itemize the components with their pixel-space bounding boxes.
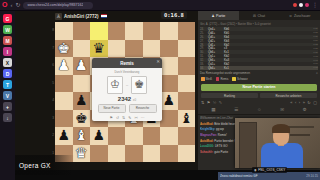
white-move[interactable]: Qb4+: [208, 66, 224, 70]
move-time: 0:16: [240, 62, 318, 65]
square-f8[interactable]: [143, 22, 161, 40]
piece-black-bishop[interactable]: ♝: [180, 110, 193, 128]
square-g8[interactable]: [160, 22, 178, 40]
messenger-icon[interactable]: M: [3, 36, 12, 45]
add-app-icon[interactable]: +: [3, 102, 12, 111]
expand-icon[interactable]: ▢: [313, 100, 317, 105]
player-name[interactable]: AnishGiri (2772): [64, 14, 99, 19]
prev-move-icon[interactable]: ‹: [295, 100, 296, 105]
black-king-image: ♚: [131, 76, 147, 94]
twitter-icon[interactable]: X: [3, 58, 12, 67]
square-b4[interactable]: ♟: [73, 92, 91, 110]
ticker-text: Znovu nabídnout remízu GF: [220, 174, 304, 178]
square-f7[interactable]: [143, 40, 161, 58]
piece-white-king[interactable]: ♚: [57, 40, 70, 58]
square-a3[interactable]: [55, 110, 73, 128]
extension-dot-icon[interactable]: [293, 3, 297, 7]
draw-offer-icon[interactable]: ½: [213, 100, 216, 105]
board-tab-icon[interactable]: ▦: [211, 107, 215, 112]
back-icon[interactable]: ‹: [10, 2, 12, 8]
rank-label: 4: [49, 98, 54, 102]
square-d2[interactable]: [108, 127, 126, 145]
rank-label: 5: [49, 81, 54, 85]
close-icon[interactable]: ✕: [156, 59, 160, 64]
streamer-body: [261, 143, 303, 168]
resign-flag-icon[interactable]: ⚑: [207, 100, 211, 105]
square-a4[interactable]: [55, 92, 73, 110]
square-c8[interactable]: [90, 22, 108, 40]
square-a7[interactable]: ♚: [55, 40, 73, 58]
piece-black-king[interactable]: ♚: [75, 110, 88, 128]
black-move[interactable]: Kc1: [224, 66, 240, 70]
square-g5[interactable]: [160, 75, 178, 93]
tab-label: Chat: [258, 14, 265, 18]
panel-tab-partie[interactable]: ♟Partie: [198, 11, 239, 20]
new-game-primary-button[interactable]: Neue Partie starten: [201, 84, 317, 91]
square-b5[interactable]: [73, 75, 91, 93]
rank-label: 2: [49, 133, 54, 137]
reload-icon[interactable]: ↻: [15, 2, 20, 8]
square-a8[interactable]: [55, 22, 73, 40]
move-time: 0:24: [240, 39, 318, 42]
chat-username: Luca2000:: [200, 144, 215, 148]
square-d1[interactable]: [108, 145, 126, 163]
square-h7[interactable]: [178, 40, 196, 58]
downloads-icon[interactable]: ↓: [3, 113, 12, 122]
url-text: www.chess24.com/de/play/9837162: [27, 3, 83, 7]
player-avatar: ♙: [55, 13, 62, 20]
flag-icon[interactable]: ⚑: [110, 115, 113, 120]
square-g2[interactable]: [160, 127, 178, 145]
vk-icon[interactable]: V: [3, 91, 12, 100]
piece-white-pawn[interactable]: ♟: [75, 57, 88, 75]
dialog-subtitle: Durch Vereinbarung: [92, 70, 162, 74]
piece-white-queen[interactable]: ♛: [75, 145, 88, 163]
legend-chip: Schwarz: [232, 77, 247, 81]
white-king-image: ♔: [107, 76, 123, 94]
opera-menu-icon[interactable]: O: [2, 2, 7, 8]
square-f1[interactable]: [143, 145, 161, 163]
square-g3[interactable]: [160, 110, 178, 128]
edit-icon[interactable]: ✎: [128, 115, 131, 120]
game-info-line: Giri, A. (2772) – Gast (2342) • Banter B…: [198, 20, 320, 27]
move-time: 0:23: [240, 43, 318, 46]
square-c7[interactable]: ♛: [90, 40, 108, 58]
first-move-icon[interactable]: «: [290, 100, 292, 105]
tab-icon: ☺: [289, 14, 293, 18]
move-time: 0:26: [240, 35, 318, 38]
more-menu-icon[interactable]: ⋮: [312, 2, 318, 8]
extension-icons[interactable]: [293, 3, 309, 7]
square-b7[interactable]: [73, 40, 91, 58]
streamer-webcam: [235, 118, 320, 168]
legend-chip: Remis: [216, 77, 228, 81]
square-b1[interactable]: ♛: [73, 145, 91, 163]
ranking-button[interactable]: Ranking: [201, 93, 258, 99]
swap-colors-icon[interactable]: ⇅: [122, 115, 125, 120]
piece-black-pawn[interactable]: ♟: [57, 127, 70, 145]
panel-tab-chat[interactable]: ✉Chat: [239, 11, 280, 20]
legend-chip: Weiß: [201, 77, 212, 81]
move-time: 0:29: [240, 27, 318, 30]
last-move-icon[interactable]: »: [303, 100, 305, 105]
chat-username: MagnusFan:: [200, 133, 218, 137]
messages-tab-icon[interactable]: ✉: [280, 107, 284, 112]
square-d7[interactable]: [108, 40, 126, 58]
piece-black-pawn[interactable]: ♟: [75, 92, 88, 110]
square-a5[interactable]: [55, 75, 73, 93]
streamer-hair: [272, 124, 290, 133]
players-tab-icon[interactable]: ☺: [257, 107, 262, 112]
rating-value: 2342 ±0: [92, 96, 162, 102]
dialog-header: Remis ✕: [92, 58, 162, 68]
square-h3[interactable]: ♝: [178, 110, 196, 128]
tab-icon: ♟: [211, 14, 214, 18]
tab-label: Partie: [216, 14, 225, 18]
instagram-icon[interactable]: I: [3, 47, 12, 56]
square-c2[interactable]: ♟: [90, 127, 108, 145]
new-game-button[interactable]: Neue Partie: [98, 104, 126, 113]
rank-label: 7: [49, 46, 54, 50]
square-h6[interactable]: [178, 57, 196, 75]
move-time: 0:20: [240, 51, 318, 54]
game-over-dialog: Remis ✕ Durch Vereinbarung ♔ – ♚ 2342 ±0…: [92, 58, 162, 121]
gx-logo-icon[interactable]: G: [3, 14, 12, 23]
streamer-handle-badge: ◉ FNL_CIOS_CSKY: [252, 167, 287, 173]
notification-text: Das Remisangebot wurde angenommen: [200, 71, 250, 75]
square-f2[interactable]: [143, 127, 161, 145]
dialog-footer-icons: ⚑↺⇅✎✉⋯: [92, 115, 162, 120]
square-g1[interactable]: [160, 145, 178, 163]
square-a2[interactable]: ♟: [55, 127, 73, 145]
extension-dot-icon[interactable]: [299, 3, 303, 7]
square-h1[interactable]: [178, 145, 196, 163]
settings-tab-icon[interactable]: ⚙: [303, 107, 307, 112]
dialog-title: Remis: [120, 61, 134, 66]
rank-label: 1: [49, 151, 54, 155]
vs-dash: –: [126, 82, 128, 87]
move-row[interactable]: 34.Qb4+Kc10:15: [200, 66, 318, 70]
square-h5[interactable]: [178, 75, 196, 93]
tab-icon: ✉: [253, 14, 256, 18]
moves-tab-icon[interactable]: ☰: [234, 107, 238, 112]
square-g6[interactable]: [160, 57, 178, 75]
square-b6[interactable]: ♟: [73, 57, 91, 75]
ticker-date: 29.10.15: [306, 174, 318, 178]
move-time: 0:27: [240, 31, 318, 34]
more-icon[interactable]: ⋯: [141, 115, 145, 120]
player-flag-icon: [101, 14, 107, 18]
square-e2[interactable]: [125, 127, 143, 145]
move-number[interactable]: 34.: [200, 66, 208, 70]
piece-black-queen[interactable]: ♛: [92, 40, 105, 58]
rematch-button[interactable]: Revanche: [129, 104, 157, 113]
square-b2[interactable]: ♝: [73, 127, 91, 145]
chat-username: KnightSky:: [200, 127, 216, 131]
playback-controls: ⇅⚑½✎ «‹›»↻▢: [198, 98, 320, 105]
square-h4[interactable]: [178, 92, 196, 110]
square-b3[interactable]: ♚: [73, 110, 91, 128]
rotate-board-icon[interactable]: ↺: [116, 115, 119, 120]
discord-icon[interactable]: D: [3, 69, 12, 78]
square-e7[interactable]: [125, 40, 143, 58]
rating-delta: ±0: [133, 98, 136, 102]
telegram-icon[interactable]: T: [3, 80, 12, 89]
chat-username: AutoMod:: [200, 139, 214, 143]
move-list[interactable]: 24.Qe4+Kb60:2925.Qd4+Kb50:2726.Qd5+Kb40:…: [200, 27, 318, 70]
square-c1[interactable]: [90, 145, 108, 163]
square-g4[interactable]: ♟: [160, 92, 178, 110]
square-e8[interactable]: [125, 22, 143, 40]
chat-username: Schachfr:: [200, 150, 214, 154]
top-clock: 0:16.8: [161, 11, 187, 19]
flip-board-icon[interactable]: ⇅: [201, 100, 204, 105]
panel-tab-zuschauer[interactable]: ☺Zuschauer: [279, 11, 320, 20]
rank-label: 3: [49, 116, 54, 120]
video-ticker-bar: Znovu nabídnout remízu GF 29.10.15: [218, 172, 320, 180]
square-h2[interactable]: [178, 127, 196, 145]
streamer-handle: FNL_CIOS_CSKY: [258, 168, 285, 172]
share-icon[interactable]: ✉: [134, 115, 137, 120]
move-time: 0:15: [240, 66, 318, 69]
gx-sidebar: GWMIXDTV+↓: [0, 11, 15, 180]
move-time: 0:17: [240, 59, 318, 62]
rank-label: 8: [49, 28, 54, 32]
square-g7[interactable]: [160, 40, 178, 58]
notification-close-icon[interactable]: ✕: [316, 71, 318, 75]
opera-gx-label: Opera GX: [19, 162, 51, 169]
browser-toolbar: O ‹ ↻ www.chess24.com/de/play/9837162 ⋮: [0, 0, 320, 11]
next-move-icon[interactable]: ›: [299, 100, 300, 105]
piece-white-bishop[interactable]: ♝: [75, 127, 88, 145]
square-b8[interactable]: [73, 22, 91, 40]
square-e1[interactable]: [125, 145, 143, 163]
tab-label: Zuschauer: [294, 14, 311, 18]
square-h8[interactable]: [178, 22, 196, 40]
piece-black-pawn[interactable]: ♟: [92, 127, 105, 145]
room-door: [239, 122, 257, 168]
whatsapp-icon[interactable]: W: [3, 25, 12, 34]
replay-icon[interactable]: ↻: [307, 100, 310, 105]
extension-dot-icon[interactable]: [305, 3, 309, 7]
piece-white-pawn[interactable]: ♟: [57, 57, 70, 75]
rank-label: 6: [49, 63, 54, 67]
square-d8[interactable]: [108, 22, 126, 40]
result-legend: WeißRemisSchwarz: [198, 76, 320, 82]
move-time: 0:18: [240, 55, 318, 58]
move-time: 0:21: [240, 47, 318, 50]
address-bar[interactable]: www.chess24.com/de/play/9837162: [23, 2, 93, 9]
panel-tabs: ♟Partie✉Chat☺Zuschauer: [198, 11, 320, 20]
piece-black-pawn[interactable]: ♟: [162, 92, 175, 110]
offer-rematch-button[interactable]: Revanche anbieten: [260, 93, 317, 99]
edit-icon[interactable]: ✎: [219, 100, 222, 105]
square-a6[interactable]: ♟: [55, 57, 73, 75]
top-player-bar: ♙ AnishGiri (2772): [55, 12, 155, 20]
camera-icon: ◉: [254, 168, 257, 172]
chat-username: AutoMod:: [200, 122, 214, 126]
panel-bottom-tabs: ▦☰☺✉⚙: [198, 105, 320, 115]
